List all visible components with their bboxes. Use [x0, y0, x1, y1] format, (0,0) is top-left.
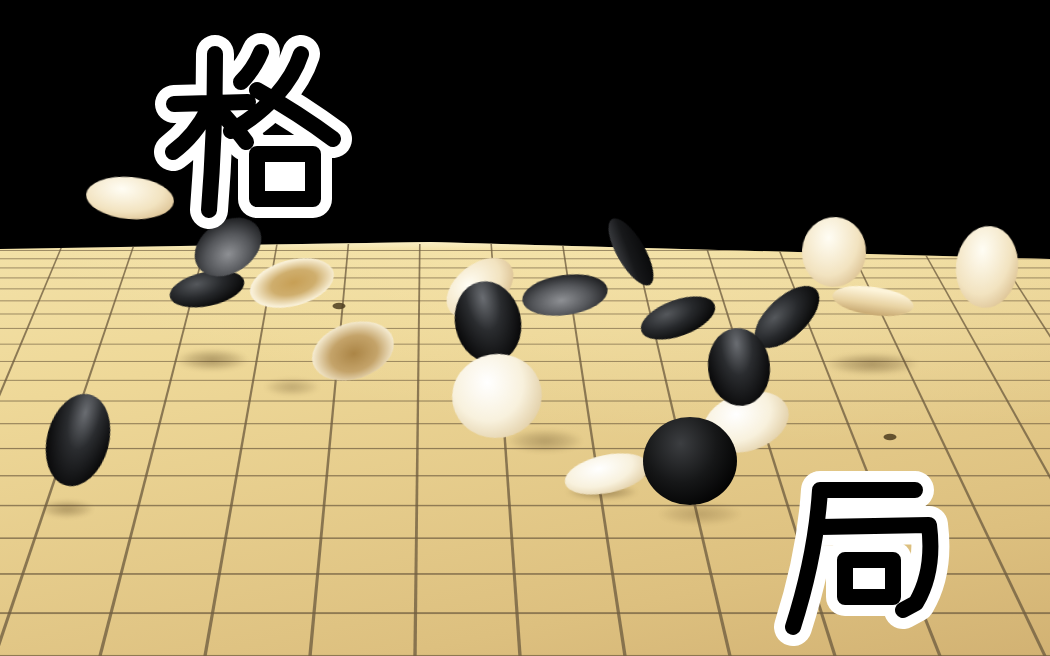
go-scene: 格 局 [0, 0, 1050, 656]
stone-shadow [826, 353, 918, 375]
black-background [0, 0, 1050, 280]
stone-shadow [176, 349, 248, 371]
stone-shadow [658, 503, 742, 525]
stone-shadow [264, 378, 320, 396]
stone-shadow [40, 500, 94, 518]
black-stone [643, 417, 737, 505]
stone-shadow [507, 429, 583, 453]
